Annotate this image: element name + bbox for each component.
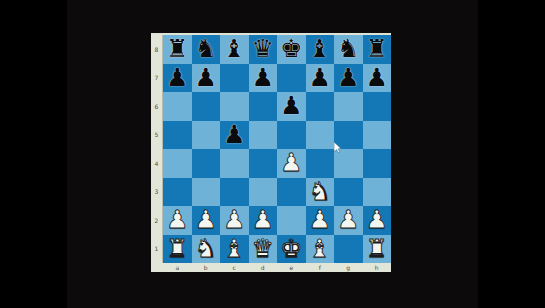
square-h5[interactable] [363, 121, 392, 150]
square-g1[interactable] [334, 235, 363, 264]
square-d2[interactable]: ♟ [249, 206, 278, 235]
square-h7[interactable]: ♟ [363, 64, 392, 93]
square-g2[interactable]: ♟ [334, 206, 363, 235]
piece-white-rook[interactable]: ♜ [366, 235, 388, 264]
piece-black-pawn[interactable]: ♟ [195, 64, 217, 93]
square-d5[interactable] [249, 121, 278, 150]
square-c2[interactable]: ♟ [220, 206, 249, 235]
piece-black-pawn[interactable]: ♟ [252, 64, 274, 93]
square-c1[interactable]: ♝ [220, 235, 249, 264]
square-a3[interactable] [163, 178, 192, 207]
rank-label-3: 3 [151, 178, 162, 207]
piece-white-pawn[interactable]: ♟ [366, 206, 388, 235]
square-b8[interactable]: ♞ [192, 35, 221, 64]
rank-label-1: 1 [151, 235, 162, 264]
coordinate-corner [151, 263, 163, 272]
square-a8[interactable]: ♜ [163, 35, 192, 64]
file-label-a: a [163, 263, 192, 272]
piece-black-knight[interactable]: ♞ [337, 35, 359, 64]
video-frame: 87654321 ♜♞♝♛♚♝♞♜♟♟♟♟♟♟♟♟♟♞♟♟♟♟♟♟♟♜♞♝♛♚♝… [0, 0, 545, 308]
square-f6[interactable] [306, 92, 335, 121]
square-a5[interactable] [163, 121, 192, 150]
square-g6[interactable] [334, 92, 363, 121]
square-d4[interactable] [249, 149, 278, 178]
square-e1[interactable]: ♚ [277, 235, 306, 264]
square-c4[interactable] [220, 149, 249, 178]
piece-black-rook[interactable]: ♜ [366, 35, 388, 64]
square-g7[interactable]: ♟ [334, 64, 363, 93]
square-f3[interactable]: ♞ [306, 178, 335, 207]
square-f2[interactable]: ♟ [306, 206, 335, 235]
piece-black-bishop[interactable]: ♝ [223, 35, 245, 64]
square-f7[interactable]: ♟ [306, 64, 335, 93]
square-d6[interactable] [249, 92, 278, 121]
square-a6[interactable] [163, 92, 192, 121]
square-e7[interactable] [277, 64, 306, 93]
file-label-b: b [192, 263, 221, 272]
piece-white-rook[interactable]: ♜ [166, 235, 188, 264]
square-f5[interactable] [306, 121, 335, 150]
square-f1[interactable]: ♝ [306, 235, 335, 264]
square-e6[interactable]: ♟ [277, 92, 306, 121]
square-h2[interactable]: ♟ [363, 206, 392, 235]
piece-black-knight[interactable]: ♞ [195, 35, 217, 64]
piece-white-knight[interactable]: ♞ [309, 178, 331, 207]
piece-black-queen[interactable]: ♛ [252, 35, 274, 64]
rank-label-2: 2 [151, 206, 162, 235]
square-b2[interactable]: ♟ [192, 206, 221, 235]
file-label-c: c [220, 263, 249, 272]
square-b4[interactable] [192, 149, 221, 178]
square-a2[interactable]: ♟ [163, 206, 192, 235]
square-h3[interactable] [363, 178, 392, 207]
file-labels: abcdefgh [163, 263, 391, 272]
square-a1[interactable]: ♜ [163, 235, 192, 264]
rank-coordinates: 87654321 [151, 35, 163, 263]
square-d1[interactable]: ♛ [249, 235, 278, 264]
piece-white-pawn[interactable]: ♟ [195, 206, 217, 235]
file-coordinates: abcdefgh [151, 263, 391, 272]
square-e2[interactable] [277, 206, 306, 235]
piece-black-pawn[interactable]: ♟ [309, 64, 331, 93]
square-c8[interactable]: ♝ [220, 35, 249, 64]
square-b7[interactable]: ♟ [192, 64, 221, 93]
piece-black-pawn[interactable]: ♟ [366, 64, 388, 93]
square-f8[interactable]: ♝ [306, 35, 335, 64]
square-e5[interactable] [277, 121, 306, 150]
square-a7[interactable]: ♟ [163, 64, 192, 93]
piece-white-knight[interactable]: ♞ [195, 235, 217, 264]
square-h8[interactable]: ♜ [363, 35, 392, 64]
square-e3[interactable] [277, 178, 306, 207]
square-d8[interactable]: ♛ [249, 35, 278, 64]
file-label-f: f [306, 263, 335, 272]
rank-label-7: 7 [151, 64, 162, 93]
piece-white-pawn[interactable]: ♟ [166, 206, 188, 235]
piece-white-bishop[interactable]: ♝ [223, 235, 245, 264]
piece-black-pawn[interactable]: ♟ [166, 64, 188, 93]
piece-white-pawn[interactable]: ♟ [337, 206, 359, 235]
piece-black-bishop[interactable]: ♝ [309, 35, 331, 64]
square-c6[interactable] [220, 92, 249, 121]
piece-black-pawn[interactable]: ♟ [337, 64, 359, 93]
square-e4[interactable]: ♟ [277, 149, 306, 178]
file-label-h: h [363, 263, 392, 272]
file-label-e: e [277, 263, 306, 272]
square-b1[interactable]: ♞ [192, 235, 221, 264]
square-d3[interactable] [249, 178, 278, 207]
square-g8[interactable]: ♞ [334, 35, 363, 64]
square-h6[interactable] [363, 92, 392, 121]
file-label-d: d [249, 263, 278, 272]
rank-label-6: 6 [151, 92, 162, 121]
board-squares: ♜♞♝♛♚♝♞♜♟♟♟♟♟♟♟♟♟♞♟♟♟♟♟♟♟♜♞♝♛♚♝♜ [163, 35, 391, 263]
piece-white-pawn[interactable]: ♟ [223, 206, 245, 235]
square-c3[interactable] [220, 178, 249, 207]
file-label-g: g [334, 263, 363, 272]
square-b3[interactable] [192, 178, 221, 207]
square-e8[interactable]: ♚ [277, 35, 306, 64]
rank-label-4: 4 [151, 149, 162, 178]
mouse-cursor [334, 142, 342, 153]
rank-label-5: 5 [151, 121, 162, 150]
piece-black-king[interactable]: ♚ [280, 35, 302, 64]
piece-white-bishop[interactable]: ♝ [309, 235, 331, 264]
square-g3[interactable] [334, 178, 363, 207]
square-c7[interactable] [220, 64, 249, 93]
rank-label-8: 8 [151, 35, 162, 64]
piece-white-queen[interactable]: ♛ [252, 235, 274, 264]
square-c5[interactable]: ♟ [220, 121, 249, 150]
square-a4[interactable] [163, 149, 192, 178]
square-h1[interactable]: ♜ [363, 235, 392, 264]
piece-white-pawn[interactable]: ♟ [280, 149, 302, 178]
square-d7[interactable]: ♟ [249, 64, 278, 93]
square-g4[interactable] [334, 149, 363, 178]
piece-black-rook[interactable]: ♜ [166, 35, 188, 64]
piece-black-pawn[interactable]: ♟ [280, 92, 302, 121]
piece-white-king[interactable]: ♚ [280, 235, 302, 264]
square-h4[interactable] [363, 149, 392, 178]
piece-black-pawn[interactable]: ♟ [223, 121, 245, 150]
square-b5[interactable] [192, 121, 221, 150]
chess-board: 87654321 ♜♞♝♛♚♝♞♜♟♟♟♟♟♟♟♟♟♞♟♟♟♟♟♟♟♜♞♝♛♚♝… [151, 33, 391, 272]
piece-white-pawn[interactable]: ♟ [252, 206, 274, 235]
square-f4[interactable] [306, 149, 335, 178]
piece-white-pawn[interactable]: ♟ [309, 206, 331, 235]
square-b6[interactable] [192, 92, 221, 121]
